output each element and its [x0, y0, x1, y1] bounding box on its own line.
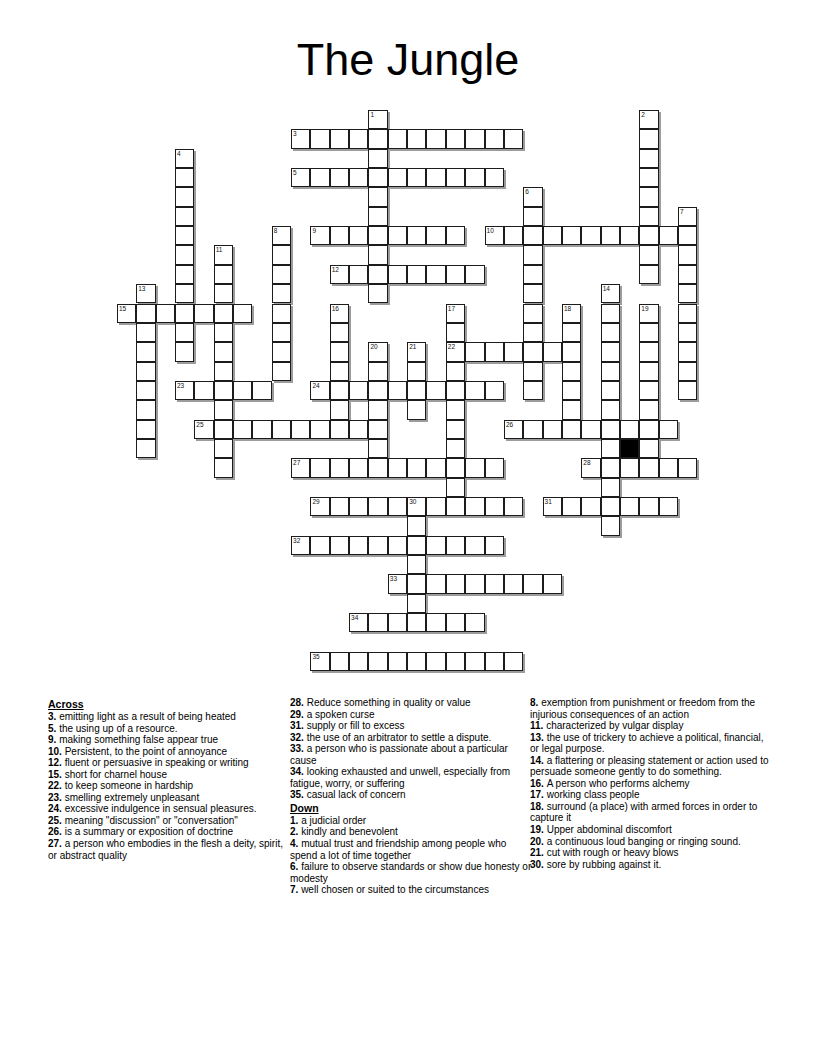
clue-number: 29	[312, 498, 319, 505]
grid-cell[interactable]	[388, 458, 407, 477]
grid-cell[interactable]	[465, 265, 484, 284]
grid-cell[interactable]	[388, 129, 407, 148]
grid-cell[interactable]	[659, 458, 678, 477]
grid-cell[interactable]	[465, 168, 484, 187]
grid-cell[interactable]	[330, 536, 349, 555]
grid-cell[interactable]	[368, 129, 387, 148]
grid-cell[interactable]	[485, 536, 504, 555]
grid-cell[interactable]	[465, 342, 484, 361]
grid-cell[interactable]	[214, 323, 233, 342]
grid-cell[interactable]	[426, 381, 445, 400]
grid-cell[interactable]	[156, 304, 175, 323]
grid-cell[interactable]	[310, 536, 329, 555]
grid-cell[interactable]	[639, 149, 658, 168]
grid-cell[interactable]	[407, 265, 426, 284]
grid-cell[interactable]	[136, 342, 155, 361]
grid-cell[interactable]	[562, 400, 581, 419]
grid-cell[interactable]	[368, 458, 387, 477]
grid-cell[interactable]	[620, 497, 639, 516]
grid-cell[interactable]	[523, 304, 542, 323]
clue-27: 27. a person who embodies in the flesh a…	[48, 838, 293, 861]
grid-cell[interactable]	[523, 245, 542, 264]
grid-cell[interactable]	[330, 497, 349, 516]
grid-cell[interactable]	[446, 497, 465, 516]
grid-cell[interactable]	[601, 362, 620, 381]
grid-cell[interactable]	[446, 613, 465, 632]
crossword-page: The Jungle 12345678910111213141516171819…	[0, 0, 816, 1056]
grid-cell[interactable]	[194, 304, 213, 323]
grid-cell[interactable]	[523, 265, 542, 284]
grid-cell[interactable]	[388, 265, 407, 284]
grid-cell[interactable]	[349, 381, 368, 400]
grid-cell[interactable]	[330, 129, 349, 148]
grid-cell[interactable]	[601, 516, 620, 535]
clue-number: 9	[312, 227, 316, 234]
grid-cell[interactable]	[504, 497, 523, 516]
grid-cell[interactable]	[446, 458, 465, 477]
grid-cell[interactable]	[330, 458, 349, 477]
grid-cell[interactable]	[601, 304, 620, 323]
grid-cell[interactable]	[368, 187, 387, 206]
clue-number: 24	[312, 382, 319, 389]
grid-cell[interactable]	[349, 129, 368, 148]
grid-cell[interactable]	[504, 574, 523, 593]
grid-cell[interactable]	[659, 497, 678, 516]
grid-cell[interactable]	[368, 381, 387, 400]
grid-cell[interactable]	[349, 458, 368, 477]
grid-cell[interactable]	[465, 652, 484, 671]
grid-cell[interactable]	[601, 323, 620, 342]
grid-cell[interactable]	[678, 458, 697, 477]
grid-cell[interactable]	[368, 400, 387, 419]
grid-cell[interactable]	[330, 226, 349, 245]
grid-cell[interactable]	[368, 420, 387, 439]
grid-cell[interactable]	[310, 458, 329, 477]
grid-cell[interactable]	[349, 652, 368, 671]
grid-cell[interactable]	[426, 265, 445, 284]
clue-number: 4	[177, 150, 181, 157]
grid-cell[interactable]	[349, 497, 368, 516]
grid-cell[interactable]	[368, 362, 387, 381]
grid-cell[interactable]	[465, 129, 484, 148]
clues-header-down: Down	[290, 802, 535, 815]
grid-cell[interactable]	[388, 381, 407, 400]
grid-cell[interactable]	[659, 420, 678, 439]
grid-cell[interactable]	[368, 265, 387, 284]
grid-cell[interactable]	[504, 226, 523, 245]
clue-10: 10. Persistent, to the point of annoyanc…	[48, 746, 293, 758]
grid-cell[interactable]	[407, 362, 426, 381]
grid-cell[interactable]	[233, 420, 252, 439]
clue-22: 22. to keep someone in hardship	[48, 780, 293, 792]
grid-cell[interactable]	[639, 400, 658, 419]
grid-cell[interactable]	[639, 439, 658, 458]
grid-cell[interactable]	[678, 245, 697, 264]
grid-cell[interactable]	[639, 168, 658, 187]
grid-cell[interactable]	[446, 536, 465, 555]
grid-cell[interactable]	[678, 342, 697, 361]
grid-cell[interactable]	[639, 342, 658, 361]
grid-cell[interactable]	[543, 342, 562, 361]
grid-cell[interactable]	[388, 613, 407, 632]
clue-number: 15	[119, 305, 126, 312]
grid-cell[interactable]	[639, 207, 658, 226]
clue-number: 33	[390, 575, 397, 582]
grid-cell[interactable]	[523, 226, 542, 245]
grid-cell[interactable]	[175, 342, 194, 361]
grid-cell[interactable]	[136, 400, 155, 419]
grid-cell[interactable]	[136, 323, 155, 342]
grid-cell[interactable]	[214, 284, 233, 303]
clue-number: 21	[409, 343, 416, 350]
grid-cell[interactable]	[368, 245, 387, 264]
grid-cell[interactable]	[407, 226, 426, 245]
grid-cell[interactable]	[678, 304, 697, 323]
grid-cell[interactable]	[446, 362, 465, 381]
grid-cell[interactable]	[368, 284, 387, 303]
grid-cell[interactable]	[446, 226, 465, 245]
clue-18: 18. surround (a place) with armed forces…	[530, 801, 775, 824]
grid-cell[interactable]	[562, 323, 581, 342]
grid-cell[interactable]	[446, 400, 465, 419]
grid-cell[interactable]	[562, 362, 581, 381]
grid-cell[interactable]	[272, 420, 291, 439]
grid-cell[interactable]	[407, 652, 426, 671]
grid-cell[interactable]	[485, 129, 504, 148]
grid-cell[interactable]	[601, 381, 620, 400]
clue-number: 30	[409, 498, 416, 505]
grid-cell[interactable]	[330, 381, 349, 400]
grid-cell[interactable]	[272, 342, 291, 361]
grid-cell[interactable]	[639, 323, 658, 342]
grid-cell[interactable]	[465, 613, 484, 632]
grid-cell[interactable]	[678, 284, 697, 303]
grid-cell[interactable]	[330, 342, 349, 361]
clue-number: 1	[370, 111, 374, 118]
grid-cell[interactable]	[330, 168, 349, 187]
clue-number: 11	[216, 246, 223, 253]
grid-cell[interactable]	[446, 129, 465, 148]
clue-number: 31	[545, 498, 552, 505]
clues-column-3: 8. exemption from punishment or freedom …	[530, 697, 775, 870]
clue-7: 7. well chosen or suited to the circumst…	[290, 884, 535, 896]
grid-cell[interactable]	[407, 536, 426, 555]
clue-number: 22	[448, 343, 455, 350]
grid-cell[interactable]	[601, 226, 620, 245]
grid-cell[interactable]	[426, 574, 445, 593]
grid-cell[interactable]	[214, 342, 233, 361]
grid-cell[interactable]	[639, 226, 658, 245]
grid-cell[interactable]	[349, 226, 368, 245]
grid-cell[interactable]	[214, 265, 233, 284]
grid-cell[interactable]	[523, 381, 542, 400]
grid-cell[interactable]	[136, 420, 155, 439]
grid-cell[interactable]	[426, 652, 445, 671]
grid-cell[interactable]	[272, 245, 291, 264]
grid-cell[interactable]	[504, 129, 523, 148]
grid-cell[interactable]	[678, 226, 697, 245]
clue-number: 10	[487, 227, 494, 234]
grid-cell[interactable]	[368, 439, 387, 458]
grid-cell[interactable]	[214, 439, 233, 458]
grid-cell[interactable]	[233, 304, 252, 323]
grid-cell[interactable]	[214, 381, 233, 400]
grid-cell[interactable]	[136, 362, 155, 381]
grid-cell[interactable]	[310, 168, 329, 187]
clue-26: 26. is a summary or exposition of doctri…	[48, 826, 293, 838]
grid-cell[interactable]	[523, 284, 542, 303]
grid-cell[interactable]	[291, 420, 310, 439]
grid-cell[interactable]	[310, 420, 329, 439]
clue-number: 28	[583, 459, 590, 466]
grid-cell[interactable]	[601, 420, 620, 439]
grid-cell[interactable]	[388, 226, 407, 245]
grid-cell[interactable]	[485, 342, 504, 361]
grid-cell[interactable]	[252, 381, 271, 400]
grid-cell[interactable]	[601, 478, 620, 497]
grid-cell[interactable]	[601, 400, 620, 419]
grid-cell[interactable]	[175, 207, 194, 226]
grid-cell[interactable]	[639, 362, 658, 381]
grid-cell[interactable]	[446, 381, 465, 400]
clue-14: 14. a flattering or pleasing statement o…	[530, 755, 775, 778]
clue-number: 16	[332, 305, 339, 312]
grid-cell[interactable]	[639, 381, 658, 400]
grid-cell[interactable]	[368, 613, 387, 632]
clue-28: 28. Reduce something in quality or value	[290, 697, 535, 709]
grid-cell[interactable]	[523, 574, 542, 593]
grid-cell[interactable]	[136, 381, 155, 400]
clue-5: 5. the using up of a resource.	[48, 723, 293, 735]
grid-cell[interactable]	[639, 245, 658, 264]
clue-16: 16. A person who performs alchemy	[530, 778, 775, 790]
grid-cell[interactable]	[214, 458, 233, 477]
grid-cell[interactable]	[407, 381, 426, 400]
grid-cell[interactable]	[349, 420, 368, 439]
grid-cell[interactable]	[175, 245, 194, 264]
grid-cell[interactable]	[368, 149, 387, 168]
grid-cell[interactable]	[407, 594, 426, 613]
clues-column-2: 28. Reduce something in quality or value…	[290, 697, 535, 896]
grid-cell[interactable]	[175, 265, 194, 284]
grid-cell[interactable]	[523, 342, 542, 361]
grid-cell[interactable]	[581, 420, 600, 439]
grid-cell[interactable]	[523, 420, 542, 439]
clue-number: 12	[332, 266, 339, 273]
grid-cell[interactable]	[543, 574, 562, 593]
grid-cell[interactable]	[446, 168, 465, 187]
grid-cell[interactable]	[620, 226, 639, 245]
grid-cell[interactable]	[562, 226, 581, 245]
grid-cell[interactable]	[465, 381, 484, 400]
grid-cell[interactable]	[485, 168, 504, 187]
clue-number: 7	[680, 208, 684, 215]
grid-cell[interactable]	[446, 323, 465, 342]
clue-29: 29. a spoken curse	[290, 709, 535, 721]
grid-cell[interactable]	[233, 381, 252, 400]
grid-cell[interactable]	[272, 362, 291, 381]
grid-cell[interactable]	[601, 497, 620, 516]
clue-8: 8. exemption from punishment or freedom …	[530, 697, 775, 720]
grid-cell[interactable]	[562, 420, 581, 439]
clue-19: 19. Upper abdominal discomfort	[530, 824, 775, 836]
grid-cell[interactable]	[639, 187, 658, 206]
grid-cell[interactable]	[446, 439, 465, 458]
grid-cell[interactable]	[407, 516, 426, 535]
grid-cell[interactable]	[659, 226, 678, 245]
grid-cell[interactable]	[620, 420, 639, 439]
grid-cell[interactable]	[426, 497, 445, 516]
grid-cell[interactable]	[214, 362, 233, 381]
clue-33: 33. a person who is passionate about a p…	[290, 743, 535, 766]
grid-cell[interactable]	[388, 168, 407, 187]
grid-cell[interactable]	[175, 226, 194, 245]
grid-cell[interactable]	[639, 420, 658, 439]
grid-cell[interactable]	[504, 342, 523, 361]
grid-cell[interactable]	[485, 458, 504, 477]
grid-cell[interactable]	[426, 458, 445, 477]
clue-number: 25	[196, 421, 203, 428]
grid-cell[interactable]	[543, 420, 562, 439]
grid-cell[interactable]	[349, 265, 368, 284]
grid-cell[interactable]	[175, 187, 194, 206]
grid-cell[interactable]	[407, 400, 426, 419]
grid-cell[interactable]	[272, 265, 291, 284]
grid-cell[interactable]	[581, 497, 600, 516]
clue-number: 13	[138, 285, 145, 292]
grid-cell[interactable]	[388, 497, 407, 516]
grid-cell[interactable]	[543, 226, 562, 245]
grid-cell[interactable]	[465, 574, 484, 593]
grid-cell[interactable]	[639, 265, 658, 284]
grid-cell[interactable]	[485, 652, 504, 671]
grid-cell[interactable]	[562, 381, 581, 400]
grid-cell[interactable]	[581, 226, 600, 245]
grid-cell[interactable]	[388, 652, 407, 671]
grid-cell[interactable]	[562, 342, 581, 361]
clue-23: 23. smelling extremely unpleasant	[48, 792, 293, 804]
grid-cell[interactable]	[310, 129, 329, 148]
grid-cell[interactable]	[330, 652, 349, 671]
grid-cell[interactable]	[330, 362, 349, 381]
grid-cell[interactable]	[407, 168, 426, 187]
grid-cell[interactable]	[446, 574, 465, 593]
grid-cell[interactable]	[330, 400, 349, 419]
grid-cell[interactable]	[446, 420, 465, 439]
grid-cell[interactable]	[368, 168, 387, 187]
grid-cell[interactable]	[562, 497, 581, 516]
grid-cell[interactable]	[678, 323, 697, 342]
grid-cell[interactable]	[272, 323, 291, 342]
clue-number: 5	[293, 169, 297, 176]
grid-cell[interactable]	[465, 536, 484, 555]
grid-cell[interactable]	[678, 362, 697, 381]
clues-column-1: Across3. emitting light as a result of b…	[48, 697, 293, 861]
clue-35: 35. casual lack of concern	[290, 789, 535, 801]
grid-cell[interactable]	[368, 207, 387, 226]
grid-cell[interactable]	[523, 323, 542, 342]
puzzle-title: The Jungle	[0, 34, 816, 86]
grid-cell[interactable]	[601, 439, 620, 458]
grid-cell[interactable]	[446, 478, 465, 497]
clue-31: 31. supply or fill to excess	[290, 720, 535, 732]
grid-cell[interactable]	[426, 226, 445, 245]
grid-cell[interactable]	[639, 458, 658, 477]
grid-cell[interactable]	[330, 420, 349, 439]
grid-cell[interactable]	[349, 168, 368, 187]
grid-cell[interactable]	[678, 265, 697, 284]
clue-number: 20	[370, 343, 377, 350]
grid-cell[interactable]	[639, 129, 658, 148]
grid-cell[interactable]	[504, 652, 523, 671]
grid-cell[interactable]	[678, 381, 697, 400]
grid-cell[interactable]	[272, 304, 291, 323]
grid-cell[interactable]	[368, 652, 387, 671]
grid-cell[interactable]	[426, 536, 445, 555]
grid-cell[interactable]	[407, 574, 426, 593]
grid-cell[interactable]	[523, 207, 542, 226]
grid-cell[interactable]	[407, 458, 426, 477]
grid-cell[interactable]	[194, 381, 213, 400]
grid-cell[interactable]	[175, 168, 194, 187]
grid-cell[interactable]	[136, 304, 155, 323]
grid-cell[interactable]	[368, 536, 387, 555]
grid-cell[interactable]	[368, 226, 387, 245]
grid-cell[interactable]	[368, 497, 387, 516]
grid-cell[interactable]	[388, 536, 407, 555]
clue-number: 14	[603, 285, 610, 292]
grid-cell[interactable]	[407, 613, 426, 632]
clue-4: 4. mutual trust and friendship among peo…	[290, 838, 535, 861]
grid-cell[interactable]	[485, 381, 504, 400]
clue-number: 26	[506, 421, 513, 428]
grid-cell[interactable]	[523, 362, 542, 381]
grid-cell[interactable]	[465, 458, 484, 477]
clue-number: 17	[448, 305, 455, 312]
grid-cell[interactable]	[639, 497, 658, 516]
grid-cell[interactable]	[407, 555, 426, 574]
grid-cell[interactable]	[272, 284, 291, 303]
grid-cell[interactable]	[136, 439, 155, 458]
clue-15: 15. short for charnel house	[48, 769, 293, 781]
grid-cell[interactable]	[446, 265, 465, 284]
grid-cell[interactable]	[426, 168, 445, 187]
grid-cell[interactable]	[446, 652, 465, 671]
grid-cell[interactable]	[349, 536, 368, 555]
grid-cell[interactable]	[175, 323, 194, 342]
clue-number: 35	[312, 653, 319, 660]
grid-cell[interactable]	[214, 420, 233, 439]
clue-25: 25. meaning "discussion" or "conversatio…	[48, 815, 293, 827]
grid-cell[interactable]	[175, 304, 194, 323]
grid-cell[interactable]	[175, 284, 194, 303]
grid-cell[interactable]	[465, 497, 484, 516]
grid-cell[interactable]	[485, 497, 504, 516]
grid-cell[interactable]	[407, 129, 426, 148]
grid-cell[interactable]	[620, 458, 639, 477]
crossword-grid[interactable]: 1234567891011121314151617181920212223242…	[117, 110, 698, 671]
grid-cell[interactable]	[214, 400, 233, 419]
clue-number: 34	[351, 614, 358, 621]
grid-cell[interactable]	[426, 613, 445, 632]
grid-cell[interactable]	[485, 574, 504, 593]
grid-cell[interactable]	[601, 342, 620, 361]
grid-cell[interactable]	[214, 304, 233, 323]
grid-cell[interactable]	[601, 458, 620, 477]
grid-cell[interactable]	[252, 420, 271, 439]
grid-cell[interactable]	[330, 323, 349, 342]
grid-cell[interactable]	[426, 129, 445, 148]
